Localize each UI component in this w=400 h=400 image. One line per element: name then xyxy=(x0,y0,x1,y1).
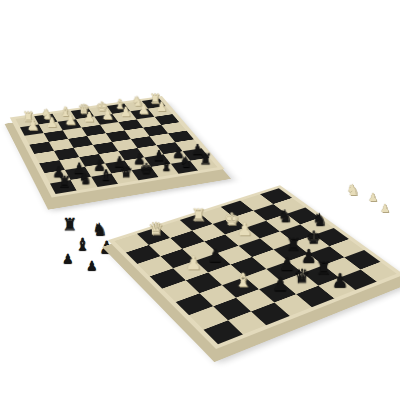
white-pawn[interactable]: ♟ xyxy=(232,221,257,238)
captured-white-knight[interactable]: ♞ xyxy=(346,183,359,198)
captured-black-bishop[interactable]: ♝ xyxy=(75,236,90,253)
black-pawn[interactable]: ♟ xyxy=(326,271,353,290)
white-queen[interactable]: ♛ xyxy=(143,220,168,237)
black-knight[interactable]: ♞ xyxy=(273,207,297,224)
white-pawn[interactable]: ♟ xyxy=(61,113,80,127)
white-pawn[interactable]: ♟ xyxy=(116,105,135,118)
captured-black-rook[interactable]: ♜ xyxy=(62,216,77,233)
chessboard-back: ♜♞♝♛♚♝♞♜♟♟♟♟♟♟♟♟♟♟♟♟♟♟♟♟♜♞♝♛♚♝♞♜ xyxy=(10,96,225,197)
white-pawn[interactable]: ♟ xyxy=(42,115,62,129)
captured-black-pawn[interactable]: ♟ xyxy=(62,252,74,265)
captured-white-pawn[interactable]: ♟ xyxy=(368,192,378,203)
black-queen[interactable]: ♛ xyxy=(115,164,136,179)
black-king[interactable]: ♚ xyxy=(136,161,157,176)
white-pawn[interactable]: ♟ xyxy=(23,118,43,132)
white-rook[interactable]: ♜ xyxy=(186,207,210,224)
scene: ♜♞♝♟♟♟ ♜♞♝♛♚♝♞♜♟♟♟♟♟♟♟♟♟♟♟♟♟♟♟♟♜♞♝♛♚♝♞♜ … xyxy=(0,0,400,400)
white-bishop[interactable]: ♝ xyxy=(229,271,256,290)
white-pawn[interactable]: ♟ xyxy=(79,110,98,124)
white-pawn[interactable]: ♟ xyxy=(180,254,206,272)
captured-black-knight[interactable]: ♞ xyxy=(92,221,107,238)
black-bishop[interactable]: ♝ xyxy=(95,167,117,182)
white-pawn[interactable]: ♟ xyxy=(134,102,153,115)
square[interactable] xyxy=(87,133,112,145)
captured-white-pawn[interactable]: ♟ xyxy=(380,203,390,214)
square[interactable]: ♜ xyxy=(50,180,77,194)
black-pawn[interactable]: ♟ xyxy=(267,275,294,294)
white-pawn[interactable]: ♟ xyxy=(98,107,117,120)
black-rook[interactable]: ♜ xyxy=(53,174,75,189)
black-bishop[interactable]: ♝ xyxy=(156,157,177,172)
square[interactable]: ♟ xyxy=(173,260,209,280)
black-knight[interactable]: ♞ xyxy=(175,154,196,169)
captured-white-pieces-tray: ♞♟♟ xyxy=(338,183,398,233)
captured-black-pawn[interactable]: ♟ xyxy=(86,259,98,272)
black-knight[interactable]: ♞ xyxy=(74,170,96,185)
black-rook[interactable]: ♜ xyxy=(195,151,216,166)
white-pawn[interactable]: ♟ xyxy=(152,100,171,113)
